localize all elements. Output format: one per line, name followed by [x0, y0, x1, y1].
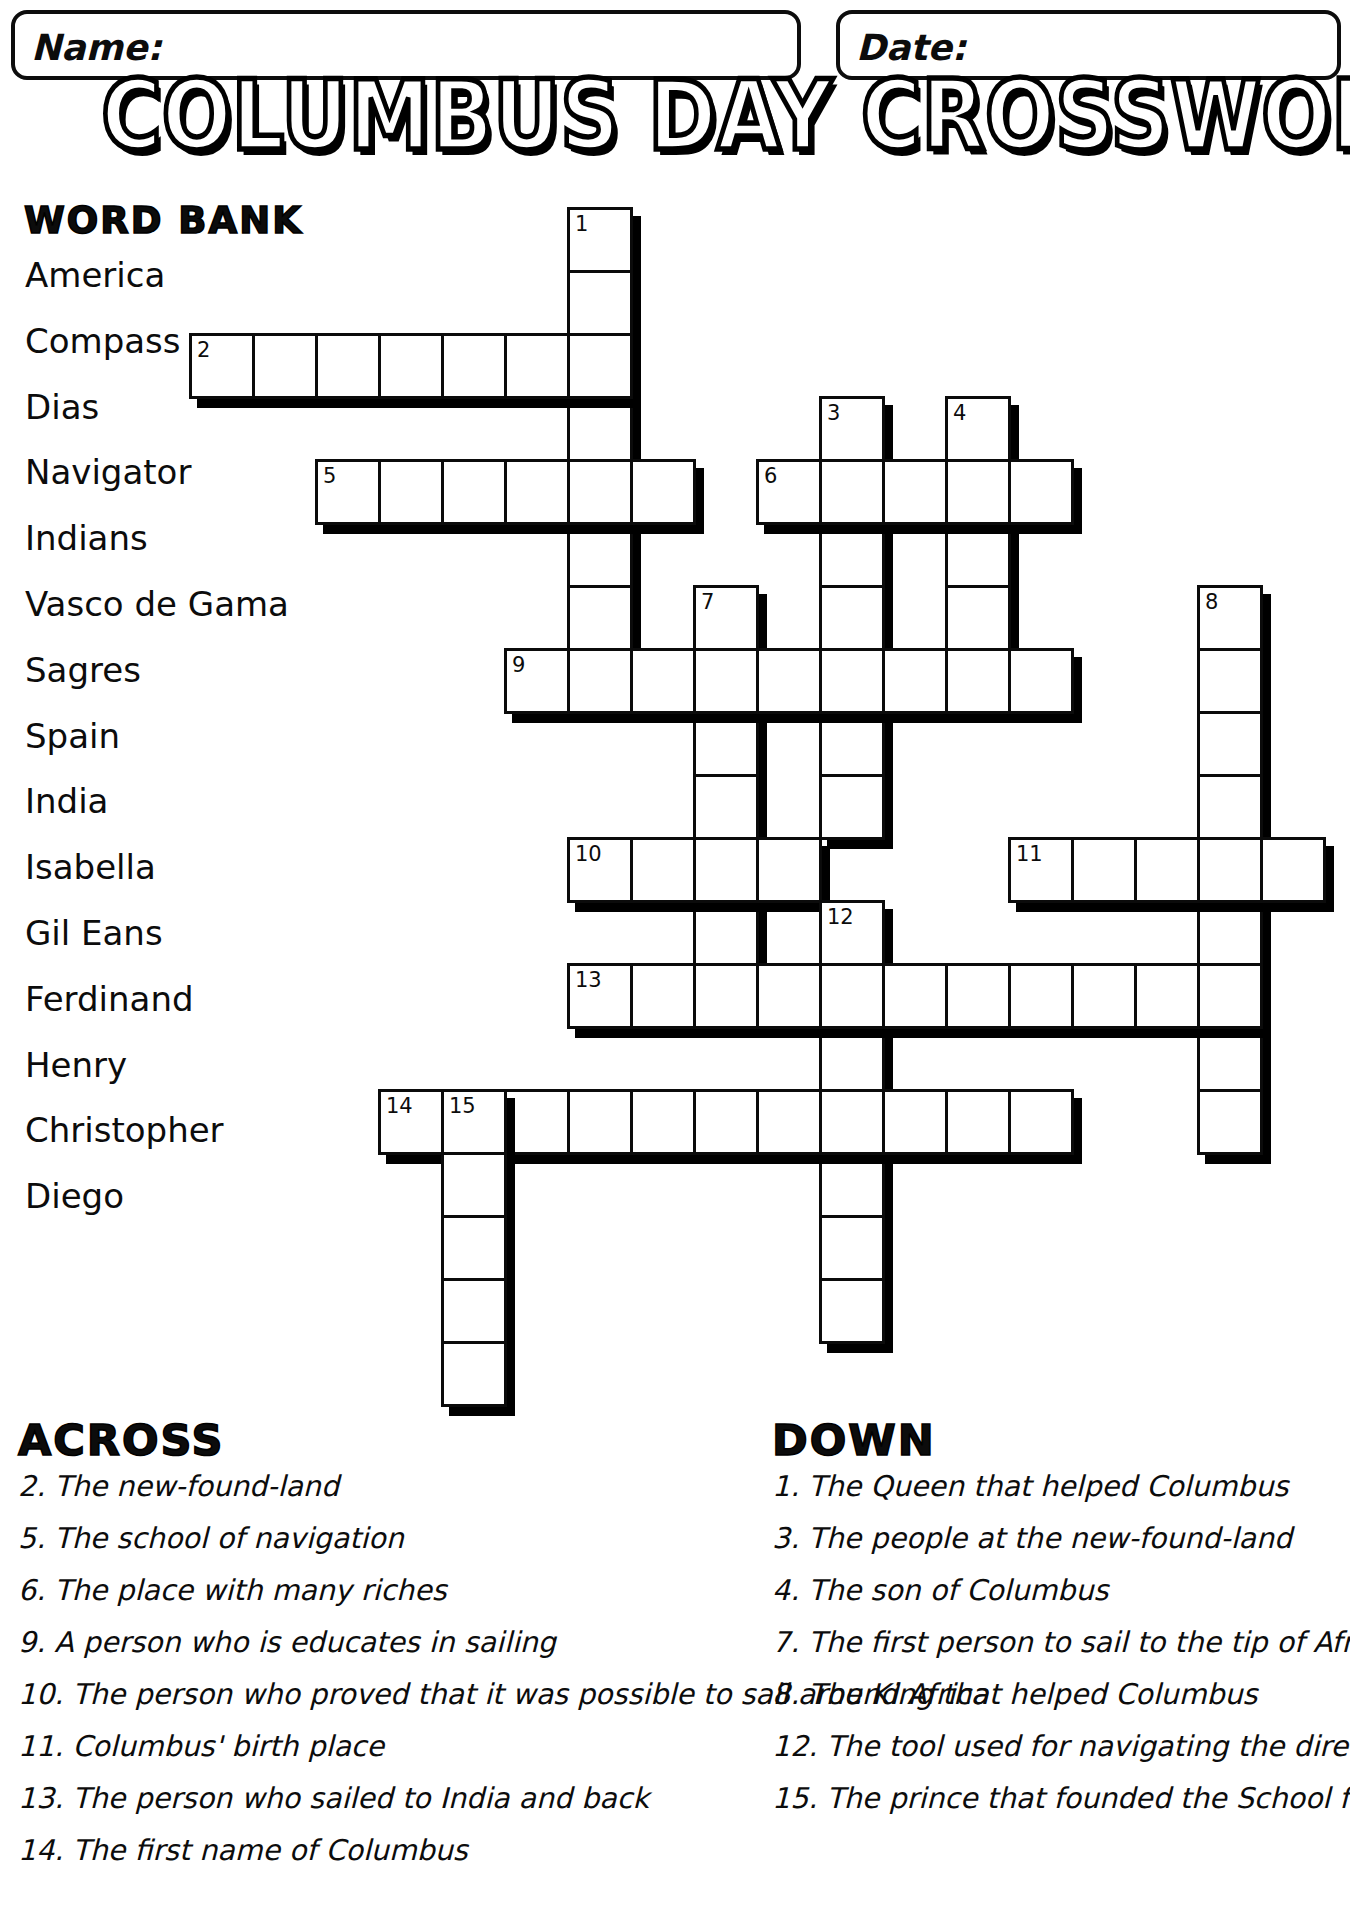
down-clue: 7. The first person to sail to the tip o…	[772, 1617, 1350, 1669]
grid-cell[interactable]	[696, 714, 756, 774]
grid-cell[interactable]	[822, 714, 882, 774]
grid-cell[interactable]	[1200, 777, 1260, 837]
cell-number: 10	[575, 843, 602, 865]
grid-cell[interactable]	[822, 651, 882, 711]
grid-cell[interactable]	[444, 336, 504, 396]
across-entry-6	[756, 459, 1074, 525]
grid-cell[interactable]	[948, 462, 1008, 522]
grid-cell[interactable]	[759, 840, 819, 900]
across-clue: 14. The first name of Columbus	[18, 1825, 988, 1877]
grid-cell[interactable]	[1200, 1092, 1260, 1152]
grid-cell[interactable]	[948, 525, 1008, 585]
grid-cell[interactable]	[1200, 966, 1260, 1026]
grid-cell[interactable]	[822, 588, 882, 648]
grid-cell[interactable]	[885, 966, 945, 1026]
grid-cell[interactable]	[1011, 462, 1071, 522]
grid-cell[interactable]	[759, 651, 819, 711]
down-clue-list: 1. The Queen that helped Columbus3. The …	[772, 1461, 1350, 1825]
grid-cell[interactable]	[1137, 840, 1197, 900]
grid-cell[interactable]	[822, 1029, 882, 1089]
cell-number: 14	[386, 1095, 413, 1117]
grid-cell[interactable]	[822, 525, 882, 585]
across-entry-13	[567, 963, 1263, 1029]
grid-cell[interactable]	[381, 462, 441, 522]
grid-cell[interactable]	[633, 840, 693, 900]
grid-cell[interactable]	[759, 1092, 819, 1152]
grid-cell[interactable]	[885, 462, 945, 522]
grid-cell[interactable]	[1200, 903, 1260, 963]
grid-cell[interactable]	[633, 1092, 693, 1152]
grid-cell[interactable]	[1200, 840, 1260, 900]
worksheet-page: Name: Date: COLUMBUS DAY CROSSWORD WORD …	[0, 0, 1350, 1920]
grid-cell[interactable]	[633, 651, 693, 711]
grid-cell[interactable]	[822, 1218, 882, 1278]
grid-cell[interactable]	[822, 1092, 882, 1152]
grid-cell[interactable]	[444, 1218, 504, 1278]
down-clue: 4. The son of Columbus	[772, 1565, 1350, 1617]
grid-cell[interactable]	[1011, 1092, 1071, 1152]
grid-cell[interactable]	[444, 1281, 504, 1341]
grid-cell[interactable]	[1137, 966, 1197, 1026]
grid-cell[interactable]	[570, 399, 630, 459]
grid-cell[interactable]	[696, 777, 756, 837]
grid-cell[interactable]	[822, 1281, 882, 1341]
grid-cell[interactable]	[822, 462, 882, 522]
grid-cell[interactable]	[570, 462, 630, 522]
grid-cell[interactable]	[696, 651, 756, 711]
grid-cell[interactable]	[696, 1092, 756, 1152]
grid-cell[interactable]	[633, 462, 693, 522]
down-clue: 1. The Queen that helped Columbus	[772, 1461, 1350, 1513]
grid-cell[interactable]	[696, 966, 756, 1026]
down-clue: 3. The people at the new-found-land	[772, 1513, 1350, 1565]
grid-cell[interactable]	[696, 840, 756, 900]
grid-cell[interactable]	[885, 1092, 945, 1152]
grid-cell[interactable]	[948, 966, 1008, 1026]
grid-cell[interactable]	[255, 336, 315, 396]
grid-cell[interactable]	[507, 336, 567, 396]
cell-number: 2	[197, 339, 210, 361]
grid-cell[interactable]	[1074, 966, 1134, 1026]
grid-cell[interactable]	[570, 336, 630, 396]
cell-number: 11	[1016, 843, 1043, 865]
cell-number: 3	[827, 402, 840, 424]
cell-number: 7	[701, 591, 714, 613]
grid-cell[interactable]	[570, 1092, 630, 1152]
cell-number: 12	[827, 906, 854, 928]
across-entry-11	[1008, 837, 1326, 903]
grid-cell[interactable]	[822, 966, 882, 1026]
page-title: COLUMBUS DAY CROSSWORD	[101, 64, 1249, 168]
grid-cell[interactable]	[948, 651, 1008, 711]
cell-number: 15	[449, 1095, 476, 1117]
down-clue: 8. The King that helped Columbus	[772, 1669, 1350, 1721]
across-entry-2	[189, 333, 633, 399]
grid-cell[interactable]	[570, 651, 630, 711]
grid-cell[interactable]	[570, 588, 630, 648]
grid-cell[interactable]	[507, 1092, 567, 1152]
cell-number: 1	[575, 213, 588, 235]
grid-cell[interactable]	[570, 525, 630, 585]
grid-cell[interactable]	[444, 462, 504, 522]
grid-cell[interactable]	[1011, 966, 1071, 1026]
grid-cell[interactable]	[444, 1344, 504, 1404]
grid-cell[interactable]	[570, 273, 630, 333]
grid-cell[interactable]	[1200, 1029, 1260, 1089]
down-clue: 12. The tool used for navigating the dir…	[772, 1721, 1350, 1773]
grid-cell[interactable]	[696, 903, 756, 963]
cell-number: 5	[323, 465, 336, 487]
across-entry-10	[567, 837, 822, 903]
grid-cell[interactable]	[822, 777, 882, 837]
cell-number: 8	[1205, 591, 1218, 613]
grid-cell[interactable]	[318, 336, 378, 396]
grid-cell[interactable]	[1074, 840, 1134, 900]
down-heading: DOWN	[772, 1417, 936, 1463]
down-entry-15	[441, 1089, 507, 1407]
grid-cell[interactable]	[507, 462, 567, 522]
grid: 123456789101112131415	[189, 207, 1329, 1417]
down-clue: 15. The prince that founded the School f…	[772, 1773, 1350, 1825]
grid-cell[interactable]	[1263, 840, 1323, 900]
grid-cell[interactable]	[948, 1092, 1008, 1152]
cell-number: 9	[512, 654, 525, 676]
cell-number: 6	[764, 465, 777, 487]
across-entry-5	[315, 459, 696, 525]
grid-cell[interactable]	[444, 1155, 504, 1215]
grid-cell[interactable]	[822, 1155, 882, 1215]
grid-cell[interactable]	[1200, 651, 1260, 711]
grid-cell[interactable]	[1200, 714, 1260, 774]
grid-cell[interactable]	[1011, 651, 1071, 711]
grid-cell[interactable]	[381, 336, 441, 396]
across-heading: ACROSS	[18, 1417, 225, 1463]
grid-cell[interactable]	[759, 966, 819, 1026]
grid-cell[interactable]	[948, 588, 1008, 648]
grid-cell[interactable]	[633, 966, 693, 1026]
cell-number: 13	[575, 969, 602, 991]
grid-cell[interactable]	[885, 651, 945, 711]
across-entry-9	[504, 648, 1074, 714]
cell-number: 4	[953, 402, 966, 424]
